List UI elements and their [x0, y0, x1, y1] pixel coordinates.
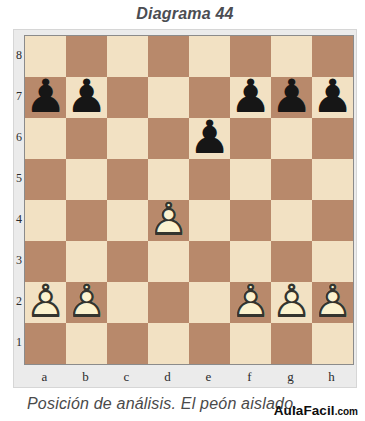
- square-g3: [271, 241, 312, 282]
- black-pawn-glyph: ♟: [230, 73, 271, 119]
- square-d3: [148, 241, 189, 282]
- file-label-a: a: [24, 365, 65, 387]
- square-d1: [148, 323, 189, 364]
- square-b2: ♟♙: [66, 282, 107, 323]
- white-pawn-outline-glyph: ♙: [312, 278, 353, 324]
- square-e7: [189, 77, 230, 118]
- square-g4: [271, 200, 312, 241]
- square-e3: [189, 241, 230, 282]
- white-pawn-b2: ♟♙: [66, 282, 107, 323]
- rank-label-5: 5: [14, 158, 24, 199]
- square-d6: [148, 118, 189, 159]
- white-pawn-outline-glyph: ♙: [25, 278, 66, 324]
- black-pawn-glyph: ♟: [189, 114, 230, 160]
- square-g7: ♟: [271, 77, 312, 118]
- black-pawn-g7: ♟: [271, 77, 312, 118]
- square-b7: ♟: [66, 77, 107, 118]
- square-g6: [271, 118, 312, 159]
- square-a4: [25, 200, 66, 241]
- white-pawn-f2: ♟♙: [230, 282, 271, 323]
- square-e5: [189, 159, 230, 200]
- square-g8: [271, 36, 312, 77]
- square-d5: [148, 159, 189, 200]
- square-f2: ♟♙: [230, 282, 271, 323]
- square-c2: [107, 282, 148, 323]
- square-h7: ♟: [312, 77, 353, 118]
- brand-name: AulaFacil: [274, 403, 335, 418]
- rank-label-8: 8: [14, 35, 24, 76]
- square-b4: [66, 200, 107, 241]
- square-f1: [230, 323, 271, 364]
- rank-label-6: 6: [14, 117, 24, 158]
- square-e8: [189, 36, 230, 77]
- square-b8: [66, 36, 107, 77]
- black-pawn-f7: ♟: [230, 77, 271, 118]
- brand-tld: .com: [335, 406, 358, 417]
- file-label-e: e: [188, 365, 229, 387]
- chess-board: ♟♟♟♟♟♟♟♙♟♙♟♙♟♙♟♙♟♙: [24, 35, 354, 365]
- white-pawn-outline-glyph: ♙: [271, 278, 312, 324]
- square-g5: [271, 159, 312, 200]
- square-e6: ♟: [189, 118, 230, 159]
- square-d2: [148, 282, 189, 323]
- black-pawn-h7: ♟: [312, 77, 353, 118]
- square-a3: [25, 241, 66, 282]
- square-h4: [312, 200, 353, 241]
- white-pawn-d4: ♟♙: [148, 200, 189, 241]
- rank-labels: 87654321: [14, 35, 24, 365]
- square-h8: [312, 36, 353, 77]
- file-labels: abcdefgh: [24, 365, 354, 387]
- square-h3: [312, 241, 353, 282]
- white-pawn-glyph: ♟: [25, 278, 66, 324]
- square-g1: [271, 323, 312, 364]
- white-pawn-h2: ♟♙: [312, 282, 353, 323]
- square-c5: [107, 159, 148, 200]
- square-h5: [312, 159, 353, 200]
- black-pawn-e6: ♟: [189, 118, 230, 159]
- brand-logo: AulaFacil.com: [274, 401, 358, 419]
- white-pawn-glyph: ♟: [66, 278, 107, 324]
- white-pawn-g2: ♟♙: [271, 282, 312, 323]
- white-pawn-glyph: ♟: [271, 278, 312, 324]
- file-label-g: g: [270, 365, 311, 387]
- white-pawn-a2: ♟♙: [25, 282, 66, 323]
- square-f3: [230, 241, 271, 282]
- diagram-title: Diagrama 44: [13, 0, 357, 23]
- file-label-d: d: [147, 365, 188, 387]
- white-pawn-glyph: ♟: [312, 278, 353, 324]
- square-f4: [230, 200, 271, 241]
- square-c8: [107, 36, 148, 77]
- file-label-c: c: [106, 365, 147, 387]
- file-label-h: h: [311, 365, 352, 387]
- white-pawn-outline-glyph: ♙: [230, 278, 271, 324]
- square-b3: [66, 241, 107, 282]
- black-pawn-glyph: ♟: [66, 73, 107, 119]
- square-d4: ♟♙: [148, 200, 189, 241]
- square-f6: [230, 118, 271, 159]
- white-pawn-outline-glyph: ♙: [66, 278, 107, 324]
- square-b1: [66, 323, 107, 364]
- black-pawn-glyph: ♟: [312, 73, 353, 119]
- square-h2: ♟♙: [312, 282, 353, 323]
- square-f5: [230, 159, 271, 200]
- black-pawn-b7: ♟: [66, 77, 107, 118]
- square-a7: ♟: [25, 77, 66, 118]
- black-pawn-glyph: ♟: [271, 73, 312, 119]
- square-c3: [107, 241, 148, 282]
- white-pawn-glyph: ♟: [230, 278, 271, 324]
- rank-label-7: 7: [14, 76, 24, 117]
- square-d7: [148, 77, 189, 118]
- square-c4: [107, 200, 148, 241]
- square-b5: [66, 159, 107, 200]
- board-frame: 87654321 ♟♟♟♟♟♟♟♙♟♙♟♙♟♙♟♙♟♙ abcdefgh: [13, 29, 357, 388]
- square-e4: [189, 200, 230, 241]
- square-f8: [230, 36, 271, 77]
- file-label-f: f: [229, 365, 270, 387]
- rank-label-1: 1: [14, 322, 24, 363]
- square-h6: [312, 118, 353, 159]
- white-pawn-outline-glyph: ♙: [148, 196, 189, 242]
- rank-label-4: 4: [14, 199, 24, 240]
- square-f7: ♟: [230, 77, 271, 118]
- black-pawn-a7: ♟: [25, 77, 66, 118]
- file-label-b: b: [65, 365, 106, 387]
- square-e1: [189, 323, 230, 364]
- square-a5: [25, 159, 66, 200]
- rank-label-3: 3: [14, 240, 24, 281]
- square-a2: ♟♙: [25, 282, 66, 323]
- square-e2: [189, 282, 230, 323]
- square-b6: [66, 118, 107, 159]
- square-c7: [107, 77, 148, 118]
- square-g2: ♟♙: [271, 282, 312, 323]
- square-c6: [107, 118, 148, 159]
- black-pawn-glyph: ♟: [25, 73, 66, 119]
- square-a8: [25, 36, 66, 77]
- square-c1: [107, 323, 148, 364]
- chess-diagram-page: Diagrama 44 87654321 ♟♟♟♟♟♟♟♙♟♙♟♙♟♙♟♙♟♙ …: [0, 0, 365, 421]
- white-pawn-glyph: ♟: [148, 196, 189, 242]
- square-d8: [148, 36, 189, 77]
- square-a1: [25, 323, 66, 364]
- square-h1: [312, 323, 353, 364]
- square-a6: [25, 118, 66, 159]
- rank-label-2: 2: [14, 281, 24, 322]
